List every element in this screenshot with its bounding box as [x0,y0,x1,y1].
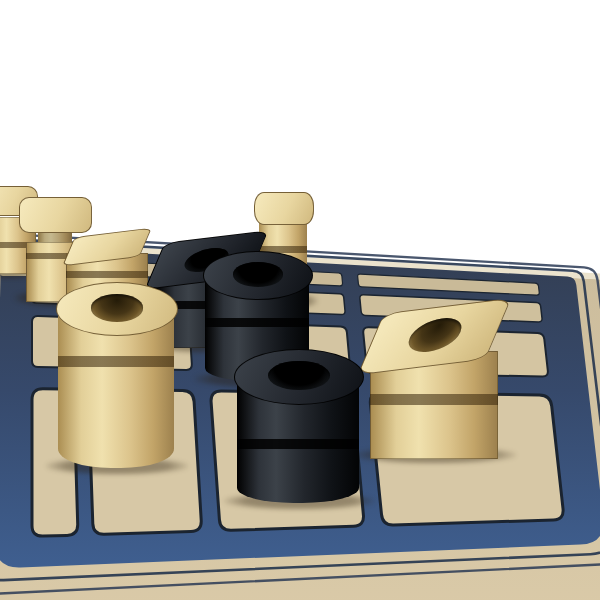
pieces-layer [0,0,600,600]
piece-cap [19,197,92,233]
piece-top-face [234,349,364,405]
piece-top-face [203,251,313,300]
piece-hole [91,294,144,321]
piece-hole [233,262,283,286]
piece-short-round-dark-hollow[interactable] [234,349,362,503]
piece-top-face [56,282,178,336]
piece-short-square-light-hollow[interactable] [364,305,502,457]
piece-hole [268,361,329,390]
piece-cap [254,192,314,225]
piece-tall-round-light-hollow[interactable] [56,282,176,468]
photo-stage [0,0,600,600]
piece-hole [402,315,466,354]
